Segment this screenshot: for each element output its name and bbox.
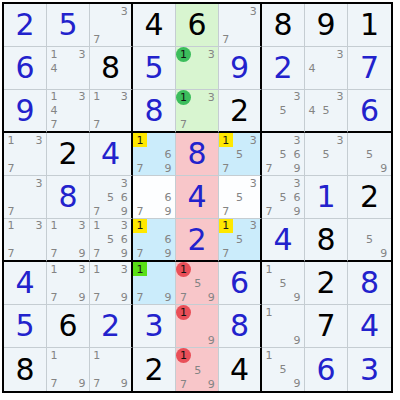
candidate-5: 5	[233, 233, 247, 247]
empty-candidate-slot	[161, 133, 175, 147]
cell-r5c5[interactable]: 4	[176, 176, 219, 219]
empty-candidate-slot	[205, 305, 219, 320]
empty-candidate-slot	[61, 377, 75, 391]
empty-candidate-slot	[90, 176, 104, 190]
candidate-1-yellow-mark: 1	[133, 219, 147, 233]
empty-candidate-slot	[147, 219, 161, 233]
pencil-marks: 137	[176, 90, 218, 131]
empty-candidate-slot	[90, 190, 104, 204]
pencil-marks: 135679	[90, 219, 131, 260]
empty-candidate-slot	[205, 277, 219, 291]
candidate-5: 5	[362, 147, 376, 161]
empty-candidate-slot	[75, 117, 89, 131]
given-digit: 2	[144, 355, 163, 385]
candidate-4: 4	[305, 61, 319, 75]
candidate-3: 3	[333, 133, 347, 147]
empty-candidate-slot	[104, 4, 118, 18]
empty-candidate-slot	[61, 47, 75, 61]
cell-r6c3[interactable]: 135679	[90, 219, 133, 262]
cell-r7c6[interactable]: 6	[219, 262, 262, 305]
cell-r7c8[interactable]: 2	[305, 262, 348, 305]
empty-candidate-slot	[90, 104, 104, 118]
cell-r6c6[interactable]: 1357	[219, 219, 262, 262]
empty-candidate-slot	[319, 47, 333, 61]
empty-candidate-slot	[176, 76, 191, 90]
solved-digit: 6	[316, 355, 335, 385]
cell-r9c8[interactable]: 6	[305, 348, 348, 391]
empty-candidate-slot	[262, 290, 276, 304]
candidate-9: 9	[290, 377, 304, 391]
empty-candidate-slot	[233, 246, 247, 260]
candidate-3: 3	[333, 47, 347, 61]
given-digit: 2	[360, 182, 379, 212]
empty-candidate-slot	[133, 190, 147, 204]
pencil-marks: 1379	[47, 262, 89, 304]
empty-candidate-slot	[75, 233, 89, 247]
cell-r6c5[interactable]: 2	[176, 219, 219, 262]
cell-r4c4[interactable]: 1679	[133, 133, 176, 176]
pencil-marks: 35679	[262, 133, 304, 175]
pencil-marks: 357	[219, 176, 260, 218]
candidate-5: 5	[319, 104, 333, 118]
empty-candidate-slot	[133, 176, 147, 190]
empty-candidate-slot	[104, 262, 118, 276]
given-digit: 7	[316, 311, 335, 341]
cell-r1c2[interactable]: 5	[47, 4, 90, 47]
candidate-3: 3	[246, 4, 260, 18]
cell-r6c9[interactable]: 59	[348, 219, 391, 262]
cell-r3c3[interactable]: 137	[90, 90, 133, 133]
candidate-9: 9	[205, 334, 219, 348]
cell-r8c5[interactable]: 19	[176, 305, 219, 348]
empty-candidate-slot	[319, 117, 333, 131]
pencil-marks: 35679	[262, 176, 304, 218]
empty-candidate-slot	[90, 18, 104, 32]
candidate-9: 9	[290, 161, 304, 175]
cell-r5c9[interactable]: 2	[348, 176, 391, 219]
pencil-marks: 1357	[219, 219, 260, 260]
cell-r7c4[interactable]: 179	[133, 262, 176, 305]
empty-candidate-slot	[246, 161, 260, 175]
cell-r4c9[interactable]: 59	[348, 133, 391, 176]
pencil-marks: 1679	[133, 133, 175, 175]
empty-candidate-slot	[305, 47, 319, 61]
empty-candidate-slot	[104, 290, 118, 304]
candidate-3: 3	[246, 133, 260, 147]
candidate-3: 3	[205, 47, 219, 62]
empty-candidate-slot	[117, 276, 131, 290]
candidate-3: 3	[290, 133, 304, 147]
empty-candidate-slot	[333, 147, 347, 161]
candidate-5: 5	[233, 147, 247, 161]
solved-digit: 5	[144, 53, 163, 83]
empty-candidate-slot	[117, 104, 131, 118]
candidate-5: 5	[276, 190, 290, 204]
cell-r5c6[interactable]: 357	[219, 176, 262, 219]
empty-candidate-slot	[262, 333, 276, 347]
candidate-9: 9	[161, 204, 175, 218]
candidate-5: 5	[191, 277, 205, 291]
solved-digit: 6	[230, 268, 249, 298]
cell-r8c9[interactable]: 4	[348, 305, 391, 348]
candidate-9: 9	[161, 161, 175, 175]
cell-r6c7[interactable]: 4	[262, 219, 305, 262]
empty-candidate-slot	[75, 75, 89, 89]
pencil-marks: 1379	[47, 219, 89, 260]
empty-candidate-slot	[147, 290, 161, 304]
empty-candidate-slot	[191, 291, 205, 305]
solved-digit: 8	[187, 139, 206, 169]
empty-candidate-slot	[61, 104, 75, 118]
cell-r6c8[interactable]: 8	[305, 219, 348, 262]
cell-r9c3[interactable]: 179	[90, 348, 133, 391]
empty-candidate-slot	[47, 233, 61, 247]
cell-r8c7[interactable]: 19	[262, 305, 305, 348]
empty-candidate-slot	[290, 276, 304, 290]
empty-candidate-slot	[276, 319, 290, 333]
candidate-7: 7	[90, 246, 104, 260]
empty-candidate-slot	[290, 117, 304, 131]
empty-candidate-slot	[377, 147, 391, 161]
empty-candidate-slot	[133, 147, 147, 161]
candidate-1-yellow-mark: 1	[133, 133, 147, 147]
cell-r1c4[interactable]: 4	[133, 4, 176, 47]
cell-r1c8[interactable]: 9	[305, 4, 348, 47]
empty-candidate-slot	[262, 319, 276, 333]
empty-candidate-slot	[32, 147, 46, 161]
empty-candidate-slot	[191, 334, 205, 348]
candidate-7: 7	[133, 246, 147, 260]
cell-r6c1[interactable]: 137	[4, 219, 47, 262]
candidate-3: 3	[290, 90, 304, 104]
pencil-marks: 134	[47, 47, 89, 89]
cell-r8c1[interactable]: 5	[4, 305, 47, 348]
candidate-5: 5	[276, 362, 290, 376]
empty-candidate-slot	[161, 262, 175, 276]
candidate-1-green-circle-mark: 1	[176, 90, 191, 105]
candidate-3: 3	[75, 262, 89, 276]
cell-r5c3[interactable]: 35679	[90, 176, 133, 219]
empty-candidate-slot	[61, 362, 75, 376]
cell-r9c1[interactable]: 8	[4, 348, 47, 391]
given-digit: 8	[273, 10, 292, 40]
candidate-5: 5	[191, 363, 205, 377]
pencil-marks: 34	[305, 47, 347, 89]
cell-r3c4[interactable]: 8	[133, 90, 176, 133]
given-digit: 2	[316, 268, 335, 298]
cell-r5c1[interactable]: 37	[4, 176, 47, 219]
empty-candidate-slot	[246, 147, 260, 161]
candidate-5: 5	[104, 233, 118, 247]
candidate-5: 5	[104, 190, 118, 204]
cell-r2c7[interactable]: 2	[262, 47, 305, 90]
cell-r9c7[interactable]: 159	[262, 348, 305, 391]
empty-candidate-slot	[262, 190, 276, 204]
cell-r8c2[interactable]: 6	[47, 305, 90, 348]
cell-r8c6[interactable]: 8	[219, 305, 262, 348]
candidate-7: 7	[176, 118, 191, 131]
cell-r6c4[interactable]: 1679	[133, 219, 176, 262]
empty-candidate-slot	[176, 62, 191, 76]
cell-r6c2[interactable]: 1379	[47, 219, 90, 262]
candidate-3: 3	[75, 47, 89, 61]
empty-candidate-slot	[75, 348, 89, 362]
pencil-marks: 179	[133, 262, 175, 304]
candidate-5: 5	[319, 147, 333, 161]
empty-candidate-slot	[276, 305, 290, 319]
cell-r8c3[interactable]: 2	[90, 305, 133, 348]
empty-candidate-slot	[18, 246, 32, 260]
empty-candidate-slot	[161, 219, 175, 233]
candidate-7: 7	[90, 32, 104, 46]
empty-candidate-slot	[61, 246, 75, 260]
cell-r9c5[interactable]: 1579	[176, 348, 219, 391]
cell-r3c8[interactable]: 345	[305, 90, 348, 133]
candidate-3: 3	[246, 176, 260, 190]
candidate-7: 7	[133, 161, 147, 175]
solved-digit: 4	[101, 139, 120, 169]
pencil-marks: 1579	[176, 348, 218, 391]
empty-candidate-slot	[333, 117, 347, 131]
solved-digit: 3	[360, 355, 379, 385]
empty-candidate-slot	[75, 276, 89, 290]
candidate-7: 7	[90, 290, 104, 304]
cell-r2c4[interactable]: 5	[133, 47, 176, 90]
empty-candidate-slot	[348, 161, 362, 175]
cell-r1c1[interactable]: 2	[4, 4, 47, 47]
cell-r2c8[interactable]: 34	[305, 47, 348, 90]
cell-r3c5[interactable]: 137	[176, 90, 219, 133]
candidate-7: 7	[47, 290, 61, 304]
empty-candidate-slot	[32, 161, 46, 175]
cell-r8c8[interactable]: 7	[305, 305, 348, 348]
candidate-5: 5	[362, 233, 376, 247]
cell-r4c1[interactable]: 137	[4, 133, 47, 176]
empty-candidate-slot	[262, 377, 276, 391]
empty-candidate-slot	[333, 161, 347, 175]
pencil-marks: 1679	[133, 219, 175, 260]
candidate-1-yellow-mark: 1	[219, 133, 233, 147]
pencil-marks: 1347	[47, 90, 89, 131]
empty-candidate-slot	[90, 362, 104, 376]
empty-candidate-slot	[61, 219, 75, 233]
empty-candidate-slot	[219, 18, 233, 32]
solved-digit: 9	[230, 53, 249, 83]
cell-r8c4[interactable]: 3	[133, 305, 176, 348]
cell-r1c9[interactable]: 1	[348, 4, 391, 47]
empty-candidate-slot	[205, 105, 219, 118]
empty-candidate-slot	[133, 233, 147, 247]
candidate-1-green-circle-mark: 1	[176, 47, 191, 62]
empty-candidate-slot	[32, 204, 46, 218]
empty-candidate-slot	[32, 233, 46, 247]
cell-r4c3[interactable]: 4	[90, 133, 133, 176]
empty-candidate-slot	[205, 76, 219, 90]
empty-candidate-slot	[191, 62, 205, 76]
cell-r9c4[interactable]: 2	[133, 348, 176, 391]
candidate-9: 9	[290, 204, 304, 218]
empty-candidate-slot	[233, 133, 247, 147]
cell-r5c4[interactable]: 679	[133, 176, 176, 219]
cell-r3c6[interactable]: 2	[219, 90, 262, 133]
candidate-9: 9	[161, 246, 175, 260]
candidate-6: 6	[117, 190, 131, 204]
empty-candidate-slot	[319, 133, 333, 147]
candidate-3: 3	[32, 133, 46, 147]
empty-candidate-slot	[233, 219, 247, 233]
solved-digit: 2	[187, 225, 206, 255]
empty-candidate-slot	[61, 75, 75, 89]
empty-candidate-slot	[377, 133, 391, 147]
empty-candidate-slot	[233, 4, 247, 18]
cell-r1c7[interactable]: 8	[262, 4, 305, 47]
cell-r4c2[interactable]: 2	[47, 133, 90, 176]
empty-candidate-slot	[262, 117, 276, 131]
cell-r7c1[interactable]: 4	[4, 262, 47, 305]
empty-candidate-slot	[246, 204, 260, 218]
empty-candidate-slot	[191, 47, 205, 62]
candidate-7: 7	[219, 246, 233, 260]
empty-candidate-slot	[233, 204, 247, 218]
empty-candidate-slot	[147, 161, 161, 175]
empty-candidate-slot	[47, 276, 61, 290]
cell-r2c5[interactable]: 13	[176, 47, 219, 90]
empty-candidate-slot	[117, 18, 131, 32]
pencil-marks: 1579	[176, 262, 218, 304]
given-digit: 2	[58, 139, 77, 169]
empty-candidate-slot	[191, 90, 205, 105]
cell-r2c6[interactable]: 9	[219, 47, 262, 90]
cell-r9c9[interactable]: 3	[348, 348, 391, 391]
cell-r7c7[interactable]: 159	[262, 262, 305, 305]
cell-r3c7[interactable]: 35	[262, 90, 305, 133]
cell-r5c2[interactable]: 8	[47, 176, 90, 219]
cell-r7c5[interactable]: 1579	[176, 262, 219, 305]
candidate-9: 9	[205, 377, 219, 391]
candidate-1: 1	[4, 219, 18, 233]
empty-candidate-slot	[246, 233, 260, 247]
candidate-1-yellow-mark: 1	[219, 219, 233, 233]
cell-r1c3[interactable]: 37	[90, 4, 133, 47]
cell-r2c9[interactable]: 7	[348, 47, 391, 90]
empty-candidate-slot	[191, 105, 205, 118]
candidate-7: 7	[4, 246, 18, 260]
empty-candidate-slot	[348, 219, 362, 233]
candidate-7: 7	[219, 161, 233, 175]
candidate-4: 4	[47, 104, 61, 118]
cell-r3c1[interactable]: 9	[4, 90, 47, 133]
empty-candidate-slot	[147, 204, 161, 218]
cell-r4c7[interactable]: 35679	[262, 133, 305, 176]
empty-candidate-slot	[246, 190, 260, 204]
empty-candidate-slot	[104, 348, 118, 362]
cell-r2c2[interactable]: 134	[47, 47, 90, 90]
solved-digit: 6	[360, 96, 379, 126]
empty-candidate-slot	[290, 305, 304, 319]
candidate-9: 9	[377, 161, 391, 175]
empty-candidate-slot	[276, 90, 290, 104]
given-digit: 1	[360, 10, 379, 40]
pencil-marks: 179	[90, 348, 131, 391]
empty-candidate-slot	[176, 105, 191, 118]
empty-candidate-slot	[4, 147, 18, 161]
cell-r4c8[interactable]: 35	[305, 133, 348, 176]
candidate-3: 3	[32, 219, 46, 233]
solved-digit: 4	[360, 311, 379, 341]
empty-candidate-slot	[104, 104, 118, 118]
cell-r7c3[interactable]: 1379	[90, 262, 133, 305]
cell-r7c2[interactable]: 1379	[47, 262, 90, 305]
empty-candidate-slot	[18, 233, 32, 247]
empty-candidate-slot	[362, 246, 376, 260]
cell-r4c6[interactable]: 1357	[219, 133, 262, 176]
empty-candidate-slot	[191, 118, 205, 131]
empty-candidate-slot	[75, 61, 89, 75]
candidate-3: 3	[117, 90, 131, 104]
cell-r5c7[interactable]: 35679	[262, 176, 305, 219]
empty-candidate-slot	[18, 147, 32, 161]
pencil-marks: 37	[90, 4, 131, 46]
cell-r4c5[interactable]: 8	[176, 133, 219, 176]
cell-r1c5[interactable]: 6	[176, 4, 219, 47]
empty-candidate-slot	[276, 333, 290, 347]
pencil-marks: 35	[262, 90, 304, 131]
cell-r3c9[interactable]: 6	[348, 90, 391, 133]
solved-digit: 3	[144, 311, 163, 341]
solved-digit: 4	[273, 225, 292, 255]
empty-candidate-slot	[276, 161, 290, 175]
candidate-7: 7	[262, 161, 276, 175]
empty-candidate-slot	[104, 219, 118, 233]
cell-r2c3[interactable]: 8	[90, 47, 133, 90]
empty-candidate-slot	[233, 32, 247, 46]
pencil-marks: 159	[262, 348, 304, 391]
cell-r1c6[interactable]: 37	[219, 4, 262, 47]
empty-candidate-slot	[290, 104, 304, 118]
cell-r2c1[interactable]: 6	[4, 47, 47, 90]
empty-candidate-slot	[176, 277, 191, 291]
empty-candidate-slot	[176, 320, 191, 334]
empty-candidate-slot	[276, 290, 290, 304]
cell-r3c2[interactable]: 1347	[47, 90, 90, 133]
empty-candidate-slot	[233, 161, 247, 175]
empty-candidate-slot	[191, 377, 205, 391]
cell-r9c2[interactable]: 179	[47, 348, 90, 391]
empty-candidate-slot	[219, 233, 233, 247]
candidate-6: 6	[161, 190, 175, 204]
candidate-7: 7	[262, 204, 276, 218]
given-digit: 4	[230, 355, 249, 385]
empty-candidate-slot	[219, 147, 233, 161]
empty-candidate-slot	[133, 276, 147, 290]
cell-r7c9[interactable]: 8	[348, 262, 391, 305]
pencil-marks: 35679	[90, 176, 131, 218]
empty-candidate-slot	[32, 190, 46, 204]
candidate-9: 9	[117, 290, 131, 304]
pencil-marks: 35	[305, 133, 347, 175]
candidate-1: 1	[262, 348, 276, 362]
cell-r9c6[interactable]: 4	[219, 348, 262, 391]
candidate-6: 6	[117, 233, 131, 247]
empty-candidate-slot	[290, 319, 304, 333]
candidate-7: 7	[90, 204, 104, 218]
candidate-1-red-circle-mark: 1	[176, 262, 191, 277]
candidate-9: 9	[161, 290, 175, 304]
cell-r5c8[interactable]: 1	[305, 176, 348, 219]
empty-candidate-slot	[305, 90, 319, 104]
empty-candidate-slot	[348, 147, 362, 161]
solved-digit: 2	[15, 10, 34, 40]
